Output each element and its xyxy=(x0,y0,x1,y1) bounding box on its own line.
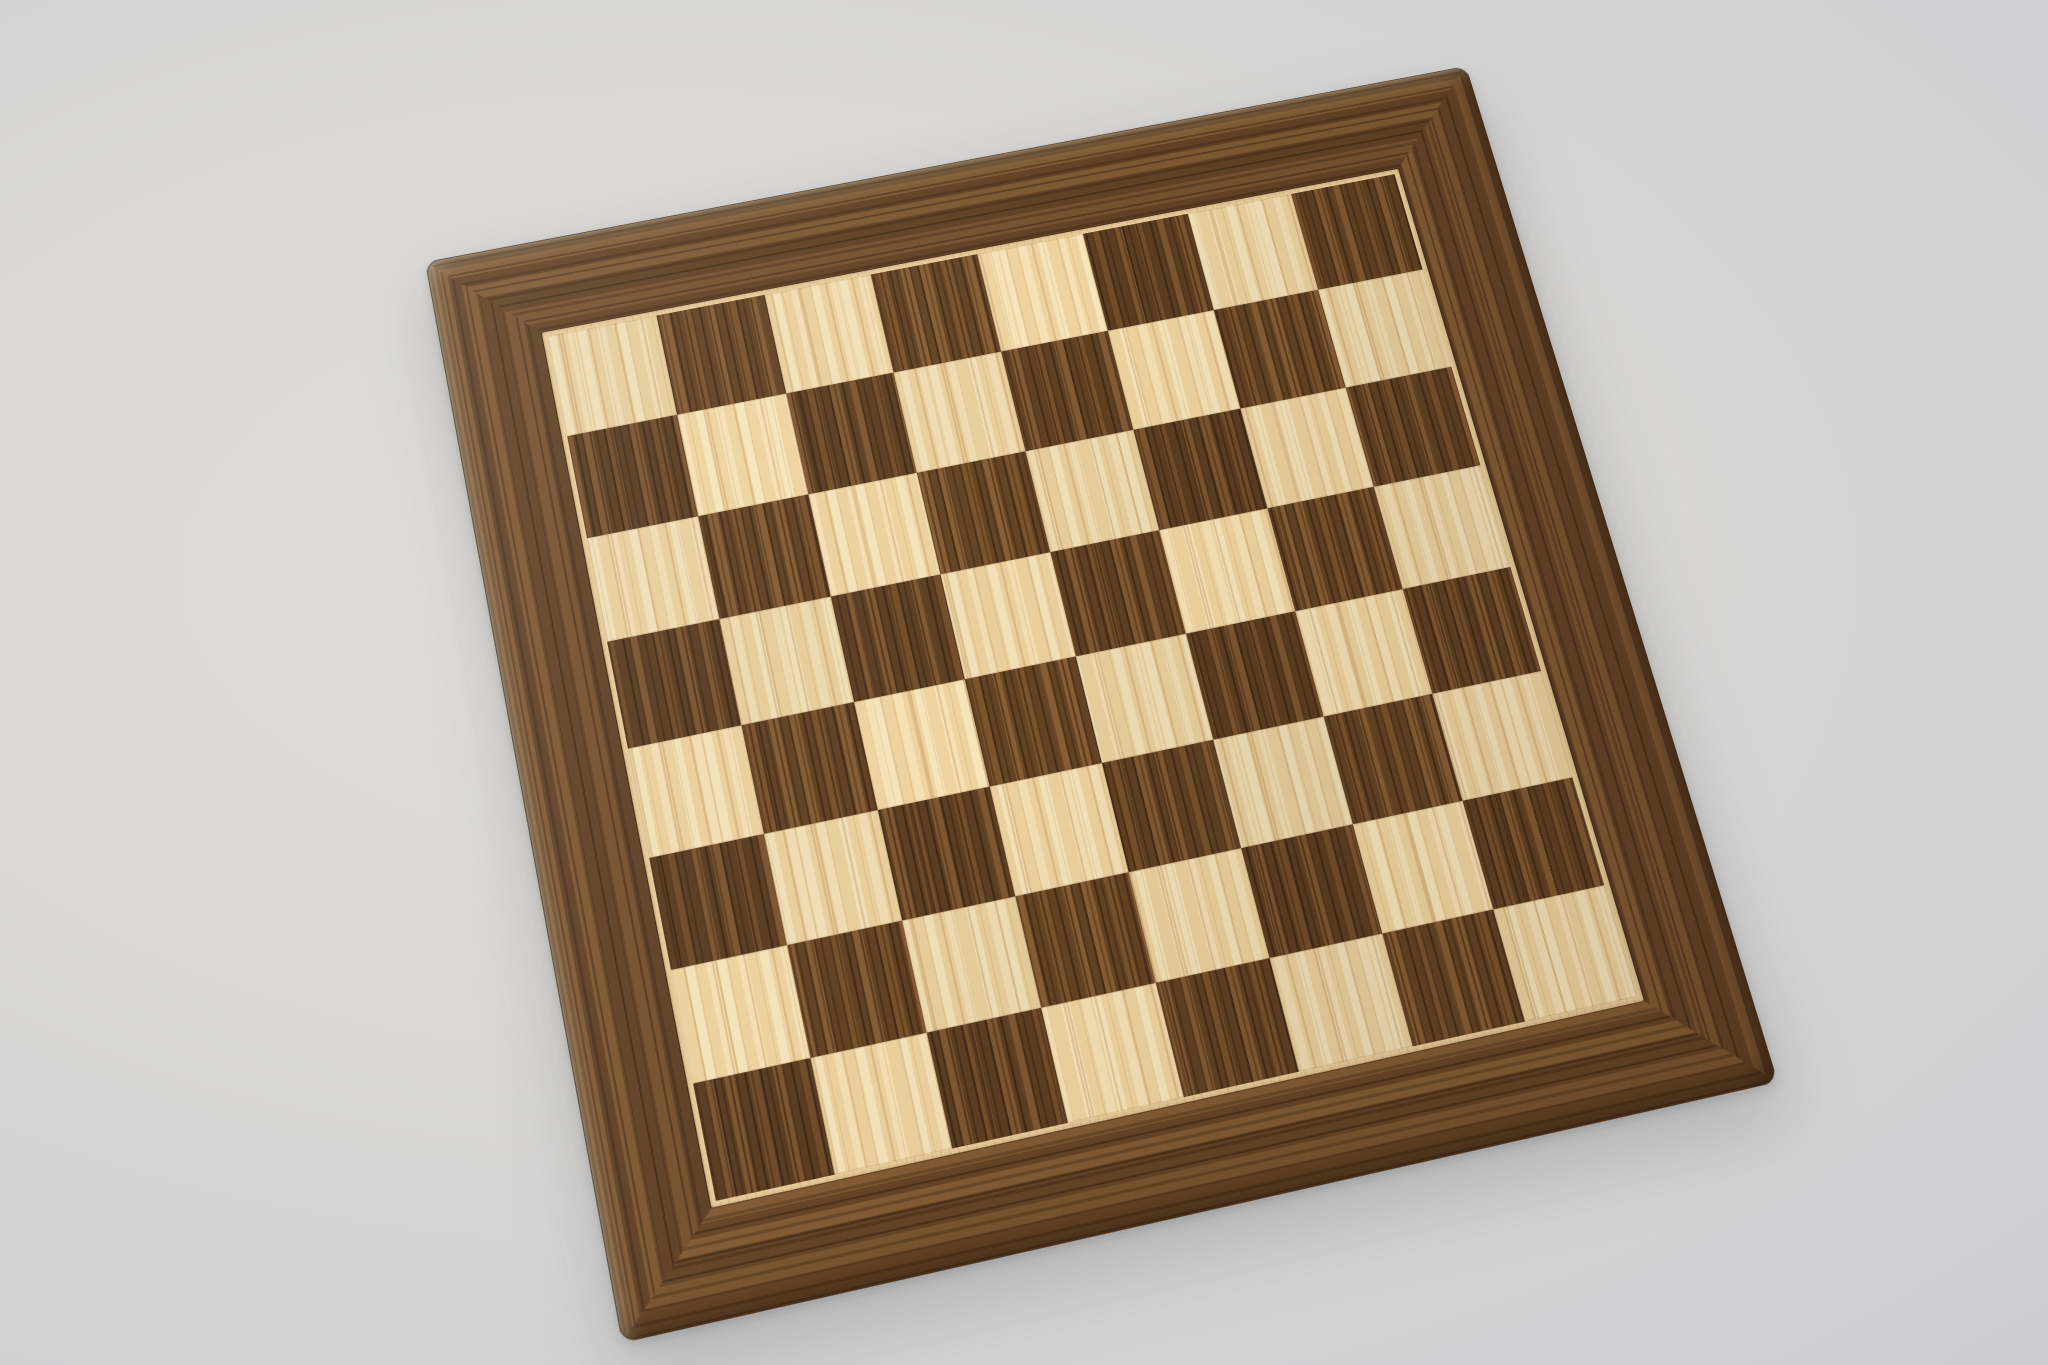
photo-backdrop xyxy=(0,0,2048,1365)
chess-board xyxy=(425,66,1778,1343)
